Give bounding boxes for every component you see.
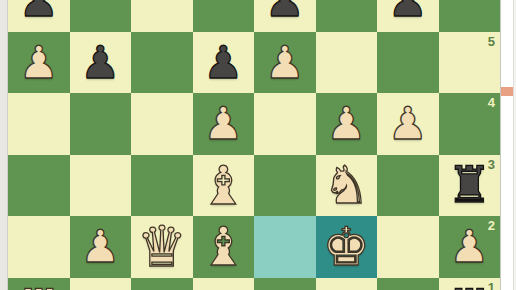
square-e2[interactable] — [254, 216, 316, 278]
white-pawn[interactable]: ♟ — [326, 101, 366, 146]
square-g6[interactable]: ♟ — [377, 0, 439, 32]
square-g1[interactable] — [377, 278, 439, 290]
square-a3[interactable] — [8, 155, 70, 217]
square-d2[interactable]: ♝ — [193, 216, 255, 278]
scroll-indicator-thumb[interactable] — [501, 87, 513, 96]
square-e5[interactable]: ♟ — [254, 32, 316, 94]
white-queen[interactable]: ♛ — [137, 219, 187, 275]
square-b2[interactable]: ♟ — [70, 216, 132, 278]
square-h3[interactable]: 3♜ — [439, 155, 501, 217]
square-b6[interactable] — [70, 0, 132, 32]
square-h6[interactable] — [439, 0, 501, 32]
white-pawn[interactable]: ♟ — [449, 224, 489, 269]
square-e3[interactable] — [254, 155, 316, 217]
square-f4[interactable]: ♟ — [316, 93, 378, 155]
square-c4[interactable] — [131, 93, 193, 155]
square-d6[interactable] — [193, 0, 255, 32]
black-pawn[interactable]: ♟ — [388, 0, 428, 23]
black-rook[interactable]: ♜ — [447, 283, 492, 290]
square-a5[interactable]: ♟ — [8, 32, 70, 94]
black-rook[interactable]: ♜ — [447, 160, 492, 210]
black-pawn[interactable]: ♟ — [80, 40, 120, 85]
square-a6[interactable]: ♟ — [8, 0, 70, 32]
square-c2[interactable]: ♛ — [131, 216, 193, 278]
square-f2[interactable]: ♚ — [316, 216, 378, 278]
white-pawn[interactable]: ♟ — [80, 224, 120, 269]
rank-label-2: 2 — [488, 219, 495, 232]
black-pawn[interactable]: ♟ — [19, 0, 59, 23]
square-a2[interactable] — [8, 216, 70, 278]
white-bishop[interactable]: ♝ — [199, 159, 247, 212]
square-g2[interactable] — [377, 216, 439, 278]
square-c1[interactable] — [131, 278, 193, 290]
rank-label-1: 1 — [488, 281, 495, 290]
square-e1[interactable] — [254, 278, 316, 290]
rank-label-4: 4 — [488, 96, 495, 109]
black-pawn[interactable]: ♟ — [265, 0, 305, 23]
chess-app-frame: ♟♟♟♟♟♟♟5♟♟♟4♝♞3♜♟♛♝♚2♟♜1♜ — [0, 0, 516, 290]
rank-label-3: 3 — [488, 158, 495, 171]
white-pawn[interactable]: ♟ — [388, 101, 428, 146]
square-f3[interactable]: ♞ — [316, 155, 378, 217]
square-d4[interactable]: ♟ — [193, 93, 255, 155]
square-h1[interactable]: 1♜ — [439, 278, 501, 290]
square-d3[interactable]: ♝ — [193, 155, 255, 217]
white-pawn[interactable]: ♟ — [203, 101, 243, 146]
white-pawn[interactable]: ♟ — [265, 40, 305, 85]
white-knight[interactable]: ♞ — [323, 159, 370, 211]
square-f6[interactable] — [316, 0, 378, 32]
right-panel — [500, 0, 516, 290]
square-g5[interactable] — [377, 32, 439, 94]
page-left-margin — [0, 0, 8, 290]
square-d1[interactable] — [193, 278, 255, 290]
square-h5[interactable]: 5 — [439, 32, 501, 94]
square-f1[interactable] — [316, 278, 378, 290]
white-rook[interactable]: ♜ — [16, 283, 61, 290]
square-b3[interactable] — [70, 155, 132, 217]
square-f5[interactable] — [316, 32, 378, 94]
square-c5[interactable] — [131, 32, 193, 94]
square-h2[interactable]: 2♟ — [439, 216, 501, 278]
square-h4[interactable]: 4 — [439, 93, 501, 155]
rank-label-5: 5 — [488, 35, 495, 48]
square-a1[interactable]: ♜ — [8, 278, 70, 290]
white-bishop[interactable]: ♝ — [199, 220, 247, 273]
white-pawn[interactable]: ♟ — [19, 40, 59, 85]
square-g3[interactable] — [377, 155, 439, 217]
square-d5[interactable]: ♟ — [193, 32, 255, 94]
square-a4[interactable] — [8, 93, 70, 155]
square-c6[interactable] — [131, 0, 193, 32]
black-pawn[interactable]: ♟ — [203, 40, 243, 85]
square-g4[interactable]: ♟ — [377, 93, 439, 155]
white-king[interactable]: ♚ — [322, 220, 370, 273]
square-b1[interactable] — [70, 278, 132, 290]
square-e4[interactable] — [254, 93, 316, 155]
chess-board: ♟♟♟♟♟♟♟5♟♟♟4♝♞3♜♟♛♝♚2♟♜1♜ — [8, 0, 500, 290]
square-b5[interactable]: ♟ — [70, 32, 132, 94]
square-c3[interactable] — [131, 155, 193, 217]
square-b4[interactable] — [70, 93, 132, 155]
square-e6[interactable]: ♟ — [254, 0, 316, 32]
